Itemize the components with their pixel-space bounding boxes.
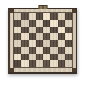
square-e7[interactable] [43,20,50,27]
square-e4[interactable] [43,40,50,47]
square-b1[interactable] [21,60,28,67]
square-c2[interactable] [29,54,36,61]
square-d1[interactable] [36,60,43,67]
square-f1[interactable] [50,60,57,67]
square-d3[interactable] [36,47,43,54]
square-c4[interactable] [29,40,36,47]
square-h6[interactable] [65,27,72,34]
square-b7[interactable] [21,20,28,27]
square-h7[interactable] [65,20,72,27]
square-a2[interactable] [14,54,21,61]
square-c8[interactable] [29,13,36,20]
square-g7[interactable] [58,20,65,27]
square-d6[interactable] [36,27,43,34]
square-e8[interactable] [43,13,50,20]
square-f4[interactable] [50,40,57,47]
frame-corner-inlay [72,9,76,13]
square-c6[interactable] [29,27,36,34]
frame-corner-inlay [10,68,14,72]
square-c3[interactable] [29,47,36,54]
square-h5[interactable] [65,33,72,40]
square-b3[interactable] [21,47,28,54]
square-f8[interactable] [50,13,57,20]
square-f3[interactable] [50,47,57,54]
square-a4[interactable] [14,40,21,47]
square-a7[interactable] [14,20,21,27]
square-h2[interactable] [65,54,72,61]
square-g1[interactable] [58,60,65,67]
board-grid [13,12,73,68]
square-d2[interactable] [36,54,43,61]
square-e5[interactable] [43,33,50,40]
square-c7[interactable] [29,20,36,27]
square-f7[interactable] [50,20,57,27]
square-g3[interactable] [58,47,65,54]
square-a5[interactable] [14,33,21,40]
square-e6[interactable] [43,27,50,34]
square-h3[interactable] [65,47,72,54]
square-h8[interactable] [65,13,72,20]
square-e3[interactable] [43,47,50,54]
square-e2[interactable] [43,54,50,61]
frame-corner-inlay [72,68,76,72]
square-f5[interactable] [50,33,57,40]
square-d4[interactable] [36,40,43,47]
chess-board [8,8,77,74]
hinge [39,5,48,9]
square-g6[interactable] [58,27,65,34]
square-g4[interactable] [58,40,65,47]
square-d5[interactable] [36,33,43,40]
square-d8[interactable] [36,13,43,20]
square-h1[interactable] [65,60,72,67]
square-b6[interactable] [21,27,28,34]
square-b2[interactable] [21,54,28,61]
frame-corner-inlay [10,9,14,13]
square-d7[interactable] [36,20,43,27]
square-g2[interactable] [58,54,65,61]
square-c5[interactable] [29,33,36,40]
square-b8[interactable] [21,13,28,20]
square-c1[interactable] [29,60,36,67]
square-a8[interactable] [14,13,21,20]
square-g8[interactable] [58,13,65,20]
square-f2[interactable] [50,54,57,61]
square-a3[interactable] [14,47,21,54]
photo-background [0,0,86,86]
square-a1[interactable] [14,60,21,67]
square-h4[interactable] [65,40,72,47]
square-g5[interactable] [58,33,65,40]
square-b5[interactable] [21,33,28,40]
square-f6[interactable] [50,27,57,34]
square-e1[interactable] [43,60,50,67]
square-a6[interactable] [14,27,21,34]
square-b4[interactable] [21,40,28,47]
